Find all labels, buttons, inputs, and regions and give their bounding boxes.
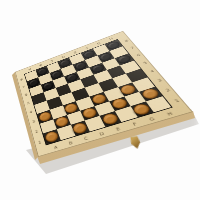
checker-glyph: ● [40,112,49,120]
checker-glyph: ● [57,118,67,127]
coord-rank-3-e: 3 [157,78,163,82]
coord-file-d-n: D [61,55,65,58]
checker-glyph: ● [66,104,76,112]
coord-rank-5-w: 5 [27,101,30,105]
coord-rank-8-w: 8 [20,78,23,81]
coord-file-g-s: G [148,116,155,121]
product-photo-stage: ●●●●●●●●●●●●●●●●●●●●●●●● AABBCCDDEEFFGGH… [0,0,200,200]
coord-file-h-n: H [109,37,114,40]
coord-rank-4-w: 4 [29,110,33,114]
coord-file-c-n: C [50,59,54,62]
coord-file-d-s: D [99,131,105,136]
coord-rank-2-e: 2 [165,88,171,93]
coord-file-h-s: H [166,111,174,116]
coord-rank-7-w: 7 [22,85,25,88]
coord-file-g-n: G [96,41,101,44]
coord-rank-1-e: 1 [174,99,181,104]
coord-rank-7-e: 7 [130,46,135,49]
coord-file-c-s: C [83,136,88,141]
coord-rank-2-w: 2 [35,130,39,134]
coord-rank-5-e: 5 [143,61,148,65]
checker-glyph: ● [144,89,157,98]
coord-rank-3-w: 3 [32,120,36,124]
checker-glyph: ● [93,95,104,103]
checker-glyph: ● [135,105,148,114]
coord-file-e-n: E [73,51,77,54]
coord-rank-8-e: 8 [124,39,129,42]
checker-glyph: ● [104,114,116,123]
coord-file-b-s: B [68,140,73,145]
coord-file-f-s: F [132,121,138,126]
checker-glyph: ● [84,109,95,118]
coord-rank-1-w: 1 [38,140,42,145]
checker-glyph: ● [122,85,134,93]
coord-rank-6-e: 6 [136,53,141,57]
coord-rank-4-e: 4 [150,69,156,73]
coord-file-a-s: A [53,145,58,150]
coord-file-f-n: F [85,46,89,49]
coord-rank-6-w: 6 [24,93,27,97]
checker-glyph: ● [113,99,125,108]
coord-file-b-n: B [39,63,42,66]
coord-file-a-n: A [28,68,31,71]
checker-glyph: ● [75,124,86,133]
coord-file-e-s: E [115,126,121,131]
checker-glyph: ● [47,132,57,141]
